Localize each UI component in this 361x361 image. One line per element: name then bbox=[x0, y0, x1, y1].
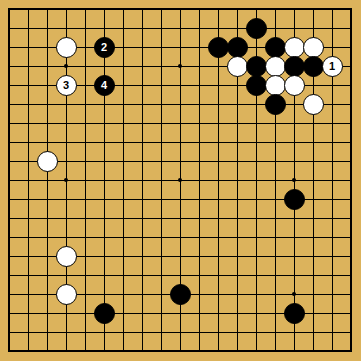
board-cell bbox=[247, 76, 266, 95]
white-stone bbox=[227, 56, 248, 77]
board-cell bbox=[57, 38, 76, 57]
board-cell: 2 bbox=[95, 38, 114, 57]
black-stone bbox=[284, 189, 305, 210]
white-stone bbox=[265, 75, 286, 96]
black-stone bbox=[94, 303, 115, 324]
board-cell: 4 bbox=[95, 76, 114, 95]
go-board: 2341 bbox=[0, 0, 361, 361]
black-stone: 4 bbox=[94, 75, 115, 96]
stone-move-number: 4 bbox=[101, 80, 107, 91]
white-stone bbox=[56, 37, 77, 58]
white-stone bbox=[265, 56, 286, 77]
board-cell bbox=[304, 57, 323, 76]
board-cell bbox=[285, 38, 304, 57]
stones-grid: 2341 bbox=[0, 0, 361, 361]
black-stone bbox=[170, 284, 191, 305]
board-cell bbox=[285, 57, 304, 76]
black-stone bbox=[303, 56, 324, 77]
black-stone bbox=[246, 18, 267, 39]
white-stone bbox=[284, 37, 305, 58]
board-cell bbox=[266, 95, 285, 114]
board-cell bbox=[228, 38, 247, 57]
board-cell bbox=[209, 38, 228, 57]
white-stone bbox=[37, 151, 58, 172]
black-stone bbox=[246, 75, 267, 96]
board-cell bbox=[285, 190, 304, 209]
board-cell bbox=[285, 76, 304, 95]
white-stone bbox=[284, 75, 305, 96]
board-cell bbox=[266, 38, 285, 57]
black-stone bbox=[284, 303, 305, 324]
board-cell bbox=[266, 76, 285, 95]
white-stone bbox=[303, 94, 324, 115]
black-stone bbox=[246, 56, 267, 77]
board-cell: 3 bbox=[57, 76, 76, 95]
board-cell bbox=[285, 304, 304, 323]
white-stone bbox=[56, 284, 77, 305]
board-cell bbox=[38, 152, 57, 171]
stone-move-number: 3 bbox=[63, 80, 69, 91]
stone-move-number: 2 bbox=[101, 42, 107, 53]
white-stone bbox=[303, 37, 324, 58]
board-cell: 1 bbox=[323, 57, 342, 76]
white-stone: 1 bbox=[322, 56, 343, 77]
board-cell bbox=[247, 19, 266, 38]
board-cell bbox=[304, 38, 323, 57]
board-cell bbox=[57, 285, 76, 304]
board-cell bbox=[171, 285, 190, 304]
black-stone bbox=[227, 37, 248, 58]
board-cell bbox=[228, 57, 247, 76]
black-stone bbox=[265, 37, 286, 58]
white-stone: 3 bbox=[56, 75, 77, 96]
board-cell bbox=[266, 57, 285, 76]
black-stone bbox=[265, 94, 286, 115]
black-stone bbox=[208, 37, 229, 58]
black-stone: 2 bbox=[94, 37, 115, 58]
white-stone bbox=[56, 246, 77, 267]
stone-move-number: 1 bbox=[329, 61, 335, 72]
board-cell bbox=[57, 247, 76, 266]
board-cell bbox=[95, 304, 114, 323]
black-stone bbox=[284, 56, 305, 77]
board-cell bbox=[247, 57, 266, 76]
board-cell bbox=[304, 95, 323, 114]
